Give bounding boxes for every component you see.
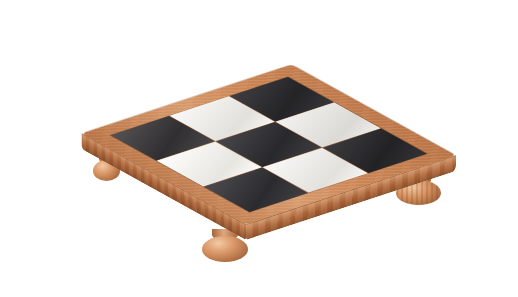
product-photo-stage: [0, 0, 518, 297]
foot-bulb: [202, 236, 248, 262]
